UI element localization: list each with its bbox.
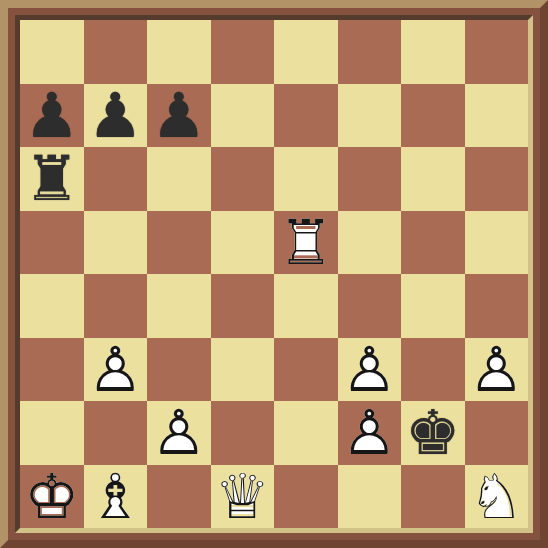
square-c4[interactable] xyxy=(147,274,211,338)
piece-outline-glyph: ♖ xyxy=(278,211,334,275)
piece-outline-glyph: ♙ xyxy=(468,338,524,402)
square-d8[interactable] xyxy=(211,20,275,84)
square-a6[interactable]: ♜ xyxy=(20,147,84,211)
piece-outline-glyph: ♙ xyxy=(341,401,397,465)
square-e2[interactable] xyxy=(274,401,338,465)
piece-outline-glyph: ♔ xyxy=(24,465,80,529)
square-h3[interactable]: ♟♙ xyxy=(465,338,529,402)
square-h4[interactable] xyxy=(465,274,529,338)
square-g3[interactable] xyxy=(401,338,465,402)
square-h7[interactable] xyxy=(465,84,529,148)
square-a1[interactable]: ♚♔ xyxy=(20,465,84,529)
square-e1[interactable] xyxy=(274,465,338,529)
square-e6[interactable] xyxy=(274,147,338,211)
square-c6[interactable] xyxy=(147,147,211,211)
white-pawn[interactable]: ♟♙ xyxy=(468,338,524,402)
square-d7[interactable] xyxy=(211,84,275,148)
square-h1[interactable]: ♞♘ xyxy=(465,465,529,529)
square-d3[interactable] xyxy=(211,338,275,402)
square-f4[interactable] xyxy=(338,274,402,338)
square-a3[interactable] xyxy=(20,338,84,402)
square-a2[interactable] xyxy=(20,401,84,465)
white-pawn[interactable]: ♟♙ xyxy=(341,338,397,402)
white-pawn[interactable]: ♟♙ xyxy=(151,401,207,465)
square-h8[interactable] xyxy=(465,20,529,84)
square-g8[interactable] xyxy=(401,20,465,84)
square-b3[interactable]: ♟♙ xyxy=(84,338,148,402)
square-c3[interactable] xyxy=(147,338,211,402)
square-d6[interactable] xyxy=(211,147,275,211)
square-g5[interactable] xyxy=(401,211,465,275)
square-a7[interactable]: ♟ xyxy=(20,84,84,148)
square-h2[interactable] xyxy=(465,401,529,465)
square-d4[interactable] xyxy=(211,274,275,338)
board-frame-inner: ♟♟♟♜♜♖♟♙♟♙♟♙♟♙♟♙♚♚♔♝♗♛♕♞♘ xyxy=(15,15,533,533)
square-h5[interactable] xyxy=(465,211,529,275)
white-queen[interactable]: ♛♕ xyxy=(214,465,270,529)
piece-outline-glyph: ♗ xyxy=(87,465,143,529)
black-king[interactable]: ♚ xyxy=(405,401,461,465)
white-king[interactable]: ♚♔ xyxy=(24,465,80,529)
piece-outline-glyph: ♕ xyxy=(214,465,270,529)
square-g6[interactable] xyxy=(401,147,465,211)
board-frame-mid: ♟♟♟♜♜♖♟♙♟♙♟♙♟♙♟♙♚♚♔♝♗♛♕♞♘ xyxy=(8,8,540,540)
square-h6[interactable] xyxy=(465,147,529,211)
white-pawn[interactable]: ♟♙ xyxy=(341,401,397,465)
black-pawn[interactable]: ♟ xyxy=(24,84,80,148)
square-b7[interactable]: ♟ xyxy=(84,84,148,148)
square-a4[interactable] xyxy=(20,274,84,338)
square-d2[interactable] xyxy=(211,401,275,465)
white-rook[interactable]: ♜♖ xyxy=(278,211,334,275)
square-c2[interactable]: ♟♙ xyxy=(147,401,211,465)
board-frame-outer: ♟♟♟♜♜♖♟♙♟♙♟♙♟♙♟♙♚♚♔♝♗♛♕♞♘ xyxy=(0,0,548,548)
square-e3[interactable] xyxy=(274,338,338,402)
chess-board: ♟♟♟♜♜♖♟♙♟♙♟♙♟♙♟♙♚♚♔♝♗♛♕♞♘ xyxy=(20,20,528,528)
square-f5[interactable] xyxy=(338,211,402,275)
square-d5[interactable] xyxy=(211,211,275,275)
black-pawn[interactable]: ♟ xyxy=(151,84,207,148)
square-f1[interactable] xyxy=(338,465,402,529)
square-c7[interactable]: ♟ xyxy=(147,84,211,148)
square-e4[interactable] xyxy=(274,274,338,338)
square-a8[interactable] xyxy=(20,20,84,84)
piece-outline-glyph: ♙ xyxy=(151,401,207,465)
square-c8[interactable] xyxy=(147,20,211,84)
black-rook[interactable]: ♜ xyxy=(24,147,80,211)
square-f2[interactable]: ♟♙ xyxy=(338,401,402,465)
white-knight[interactable]: ♞♘ xyxy=(468,465,524,529)
square-g7[interactable] xyxy=(401,84,465,148)
white-bishop[interactable]: ♝♗ xyxy=(87,465,143,529)
square-f6[interactable] xyxy=(338,147,402,211)
square-b6[interactable] xyxy=(84,147,148,211)
square-f8[interactable] xyxy=(338,20,402,84)
square-b5[interactable] xyxy=(84,211,148,275)
square-b4[interactable] xyxy=(84,274,148,338)
square-e5[interactable]: ♜♖ xyxy=(274,211,338,275)
square-a5[interactable] xyxy=(20,211,84,275)
square-b1[interactable]: ♝♗ xyxy=(84,465,148,529)
square-e7[interactable] xyxy=(274,84,338,148)
square-f7[interactable] xyxy=(338,84,402,148)
square-d1[interactable]: ♛♕ xyxy=(211,465,275,529)
square-c5[interactable] xyxy=(147,211,211,275)
square-b8[interactable] xyxy=(84,20,148,84)
piece-outline-glyph: ♙ xyxy=(87,338,143,402)
white-pawn[interactable]: ♟♙ xyxy=(87,338,143,402)
piece-outline-glyph: ♙ xyxy=(341,338,397,402)
square-g4[interactable] xyxy=(401,274,465,338)
square-g2[interactable]: ♚ xyxy=(401,401,465,465)
square-b2[interactable] xyxy=(84,401,148,465)
square-c1[interactable] xyxy=(147,465,211,529)
square-f3[interactable]: ♟♙ xyxy=(338,338,402,402)
square-e8[interactable] xyxy=(274,20,338,84)
black-pawn[interactable]: ♟ xyxy=(87,84,143,148)
square-g1[interactable] xyxy=(401,465,465,529)
piece-outline-glyph: ♘ xyxy=(468,465,524,529)
